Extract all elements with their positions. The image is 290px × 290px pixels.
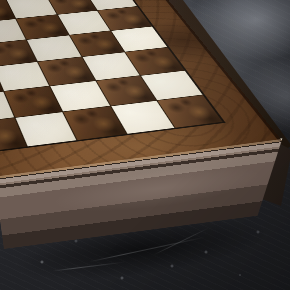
photo-scene [0,0,290,290]
lighting-vignette [0,0,290,290]
